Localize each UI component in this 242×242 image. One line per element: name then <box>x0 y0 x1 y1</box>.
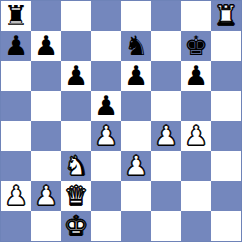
square-e8[interactable] <box>121 1 151 31</box>
white-pawn[interactable]: ♟ <box>154 122 178 149</box>
square-g4[interactable]: ♟ <box>181 121 211 151</box>
square-a3[interactable] <box>1 151 31 181</box>
square-b6[interactable] <box>31 61 61 91</box>
square-e7[interactable]: ♞ <box>121 31 151 61</box>
square-h2[interactable] <box>211 181 241 211</box>
square-e1[interactable] <box>121 211 151 241</box>
square-h5[interactable] <box>211 91 241 121</box>
square-b2[interactable]: ♟ <box>31 181 61 211</box>
square-f7[interactable] <box>151 31 181 61</box>
square-c8[interactable] <box>61 1 91 31</box>
square-h6[interactable] <box>211 61 241 91</box>
square-h8[interactable]: ♜ <box>211 1 241 31</box>
square-e5[interactable] <box>121 91 151 121</box>
square-g7[interactable]: ♚ <box>181 31 211 61</box>
square-d4[interactable]: ♟ <box>91 121 121 151</box>
square-c7[interactable] <box>61 31 91 61</box>
square-d8[interactable] <box>91 1 121 31</box>
black-pawn[interactable]: ♟ <box>124 62 148 89</box>
white-pawn[interactable]: ♟ <box>124 152 148 179</box>
square-e4[interactable] <box>121 121 151 151</box>
square-e3[interactable]: ♟ <box>121 151 151 181</box>
white-pawn[interactable]: ♟ <box>4 182 28 209</box>
square-f6[interactable] <box>151 61 181 91</box>
black-pawn[interactable]: ♟ <box>4 32 28 59</box>
square-g1[interactable] <box>181 211 211 241</box>
white-rook[interactable]: ♜ <box>214 2 238 29</box>
white-knight[interactable]: ♞ <box>64 152 88 179</box>
square-d3[interactable] <box>91 151 121 181</box>
square-d2[interactable] <box>91 181 121 211</box>
black-pawn[interactable]: ♟ <box>34 32 58 59</box>
black-knight[interactable]: ♞ <box>124 32 148 59</box>
square-g6[interactable]: ♟ <box>181 61 211 91</box>
black-pawn[interactable]: ♟ <box>184 62 208 89</box>
square-f8[interactable] <box>151 1 181 31</box>
square-f1[interactable] <box>151 211 181 241</box>
square-g2[interactable] <box>181 181 211 211</box>
square-f4[interactable]: ♟ <box>151 121 181 151</box>
white-pawn[interactable]: ♟ <box>94 122 118 149</box>
square-d1[interactable] <box>91 211 121 241</box>
square-a8[interactable]: ♜ <box>1 1 31 31</box>
square-f2[interactable] <box>151 181 181 211</box>
square-a1[interactable] <box>1 211 31 241</box>
white-pawn[interactable]: ♟ <box>34 182 58 209</box>
square-f3[interactable] <box>151 151 181 181</box>
square-b3[interactable] <box>31 151 61 181</box>
square-f5[interactable] <box>151 91 181 121</box>
square-g5[interactable] <box>181 91 211 121</box>
square-g3[interactable] <box>181 151 211 181</box>
black-pawn[interactable]: ♟ <box>94 92 118 119</box>
square-d7[interactable] <box>91 31 121 61</box>
square-b5[interactable] <box>31 91 61 121</box>
square-b8[interactable] <box>31 1 61 31</box>
white-queen[interactable]: ♛ <box>64 182 88 209</box>
square-a6[interactable] <box>1 61 31 91</box>
square-a5[interactable] <box>1 91 31 121</box>
black-rook[interactable]: ♜ <box>4 2 28 29</box>
square-h1[interactable] <box>211 211 241 241</box>
square-a2[interactable]: ♟ <box>1 181 31 211</box>
square-d6[interactable] <box>91 61 121 91</box>
white-pawn[interactable]: ♟ <box>184 122 208 149</box>
white-king[interactable]: ♚ <box>64 212 88 239</box>
square-b7[interactable]: ♟ <box>31 31 61 61</box>
black-king[interactable]: ♚ <box>184 32 208 59</box>
square-e2[interactable] <box>121 181 151 211</box>
square-a4[interactable] <box>1 121 31 151</box>
square-h4[interactable] <box>211 121 241 151</box>
square-a7[interactable]: ♟ <box>1 31 31 61</box>
square-c5[interactable] <box>61 91 91 121</box>
square-c2[interactable]: ♛ <box>61 181 91 211</box>
square-c3[interactable]: ♞ <box>61 151 91 181</box>
square-d5[interactable]: ♟ <box>91 91 121 121</box>
black-pawn[interactable]: ♟ <box>64 62 88 89</box>
square-c1[interactable]: ♚ <box>61 211 91 241</box>
chess-board: ♜♜♟♟♞♚♟♟♟♟♟♟♟♞♟♟♟♛♚ <box>0 0 242 242</box>
square-b1[interactable] <box>31 211 61 241</box>
square-c4[interactable] <box>61 121 91 151</box>
square-g8[interactable] <box>181 1 211 31</box>
square-h3[interactable] <box>211 151 241 181</box>
square-c6[interactable]: ♟ <box>61 61 91 91</box>
square-h7[interactable] <box>211 31 241 61</box>
square-b4[interactable] <box>31 121 61 151</box>
square-e6[interactable]: ♟ <box>121 61 151 91</box>
